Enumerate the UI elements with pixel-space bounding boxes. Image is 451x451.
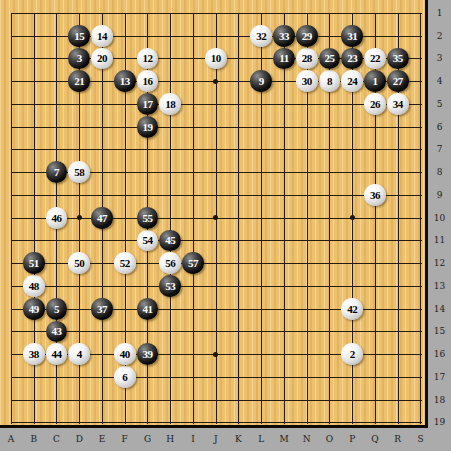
go-stone-black[interactable]: 17 (137, 93, 159, 115)
column-label: O (326, 434, 333, 444)
go-stone-black[interactable]: 41 (137, 298, 159, 320)
column-label: Q (371, 434, 378, 444)
go-stone-white[interactable]: 12 (137, 48, 159, 70)
row-label: 6 (437, 122, 443, 132)
go-stone-black[interactable]: 57 (182, 252, 204, 274)
column-label: E (99, 434, 106, 444)
go-stone-white[interactable]: 22 (364, 48, 386, 70)
go-stone-black[interactable]: 35 (387, 48, 409, 70)
go-board[interactable]: 1234567891011121314151617181920212223242… (0, 0, 428, 428)
go-stone-black[interactable]: 19 (137, 116, 159, 138)
go-stone-black[interactable]: 7 (46, 161, 68, 183)
row-label: 12 (434, 258, 445, 268)
go-stone-white[interactable]: 46 (46, 207, 68, 229)
go-stone-white[interactable]: 44 (46, 343, 68, 365)
row-label: 4 (437, 76, 443, 86)
go-stone-black[interactable]: 3 (68, 48, 90, 70)
board-grid[interactable]: 1234567891011121314151617181920212223242… (0, 2, 432, 434)
go-stone-black[interactable]: 55 (137, 207, 159, 229)
go-stone-black[interactable]: 23 (341, 48, 363, 70)
column-label: H (166, 434, 174, 444)
column-label: B (30, 434, 37, 444)
go-stone-black[interactable]: 51 (23, 252, 45, 274)
go-stone-white[interactable]: 14 (91, 25, 113, 47)
column-label: R (394, 434, 401, 444)
go-stone-white[interactable]: 16 (137, 70, 159, 92)
go-stone-white[interactable]: 40 (114, 343, 136, 365)
go-stone-black[interactable]: 37 (91, 298, 113, 320)
go-stone-white[interactable]: 8 (319, 70, 341, 92)
column-label: F (122, 434, 128, 444)
go-stone-white[interactable]: 58 (68, 161, 90, 183)
go-stone-white[interactable]: 50 (68, 252, 90, 274)
row-label: 11 (434, 235, 445, 245)
go-stone-black[interactable]: 1 (364, 70, 386, 92)
column-label: A (8, 434, 15, 444)
row-label: 9 (437, 190, 443, 200)
column-label: L (258, 434, 264, 444)
go-stone-black[interactable]: 27 (387, 70, 409, 92)
row-label: 17 (434, 372, 445, 382)
column-labels: ABCDEFGHIJKLMNOPQRS (0, 430, 432, 448)
row-label: 1 (437, 8, 443, 18)
go-stone-white[interactable]: 20 (91, 48, 113, 70)
go-stone-black[interactable]: 43 (46, 321, 68, 343)
go-stone-black[interactable]: 31 (341, 25, 363, 47)
row-label: 13 (434, 281, 445, 291)
go-stone-black[interactable]: 29 (296, 25, 318, 47)
go-stone-black[interactable]: 49 (23, 298, 45, 320)
go-stone-black[interactable]: 9 (250, 70, 272, 92)
go-stone-black[interactable]: 53 (159, 275, 181, 297)
go-stone-white[interactable]: 56 (159, 252, 181, 274)
go-stone-white[interactable]: 10 (205, 48, 227, 70)
go-stone-white[interactable]: 42 (341, 298, 363, 320)
go-stone-black[interactable]: 13 (114, 70, 136, 92)
go-stone-white[interactable]: 6 (114, 366, 136, 388)
star-point (213, 352, 218, 357)
row-label: 2 (437, 31, 443, 41)
go-stone-white[interactable]: 36 (364, 184, 386, 206)
go-stone-white[interactable]: 28 (296, 48, 318, 70)
go-stone-white[interactable]: 30 (296, 70, 318, 92)
go-stone-black[interactable]: 25 (319, 48, 341, 70)
go-stone-white[interactable]: 38 (23, 343, 45, 365)
star-point (213, 215, 218, 220)
go-stone-white[interactable]: 24 (341, 70, 363, 92)
column-label: P (349, 434, 355, 444)
column-label: G (144, 434, 151, 444)
go-stone-white[interactable]: 32 (250, 25, 272, 47)
go-diagram: 1234567891011121314151617181920212223242… (0, 0, 451, 451)
row-label: 19 (434, 417, 445, 427)
column-label: K (235, 434, 242, 444)
column-label: C (53, 434, 60, 444)
go-stone-white[interactable]: 2 (341, 343, 363, 365)
star-point (213, 79, 218, 84)
row-label: 18 (434, 395, 445, 405)
column-label: I (191, 434, 195, 444)
go-stone-black[interactable]: 45 (159, 230, 181, 252)
go-stone-black[interactable]: 39 (137, 343, 159, 365)
row-label: 7 (437, 144, 443, 154)
column-label: M (279, 434, 288, 444)
go-stone-white[interactable]: 48 (23, 275, 45, 297)
row-labels: 12345678910111213141516171819 (428, 2, 451, 434)
column-label: S (417, 434, 423, 444)
go-stone-white[interactable]: 34 (387, 93, 409, 115)
column-label: N (303, 434, 311, 444)
go-stone-white[interactable]: 52 (114, 252, 136, 274)
row-label: 8 (437, 167, 443, 177)
go-stone-black[interactable]: 15 (68, 25, 90, 47)
star-point (77, 215, 82, 220)
go-stone-black[interactable]: 21 (68, 70, 90, 92)
row-label: 14 (434, 304, 445, 314)
row-label: 5 (437, 99, 443, 109)
row-label: 15 (434, 326, 445, 336)
go-stone-white[interactable]: 4 (68, 343, 90, 365)
row-label: 10 (434, 213, 445, 223)
go-stone-black[interactable]: 47 (91, 207, 113, 229)
column-label: D (76, 434, 83, 444)
row-label: 16 (434, 349, 445, 359)
go-stone-black[interactable]: 33 (273, 25, 295, 47)
go-stone-white[interactable]: 18 (159, 93, 181, 115)
row-label: 3 (437, 53, 443, 63)
go-stone-black[interactable]: 5 (46, 298, 68, 320)
go-stone-black[interactable]: 11 (273, 48, 295, 70)
star-point (350, 215, 355, 220)
go-stone-white[interactable]: 26 (364, 93, 386, 115)
column-label: J (214, 434, 218, 444)
go-stone-white[interactable]: 54 (137, 230, 159, 252)
